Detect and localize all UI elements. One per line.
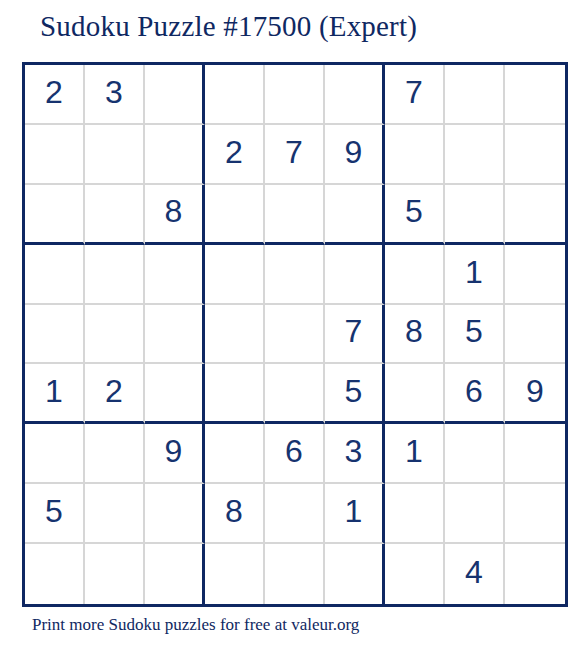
cell-r3c7: 5: [385, 185, 445, 245]
cell-r7c8: [445, 424, 505, 484]
cell-r8c6: 1: [325, 484, 385, 544]
cell-r5c2: [85, 305, 145, 365]
cell-r5c1: [25, 305, 85, 365]
cell-r3c4: [205, 185, 265, 245]
cell-r2c6: 9: [325, 125, 385, 185]
cell-r1c9: [505, 65, 565, 125]
cell-r6c7: [385, 364, 445, 424]
cell-r3c1: [25, 185, 85, 245]
cell-r9c3: [145, 544, 205, 604]
cell-r2c1: [25, 125, 85, 185]
cell-r4c2: [85, 245, 145, 305]
cell-r4c8: 1: [445, 245, 505, 305]
cell-r4c1: [25, 245, 85, 305]
cell-r1c8: [445, 65, 505, 125]
cell-r5c8: 5: [445, 305, 505, 365]
cell-r4c7: [385, 245, 445, 305]
cell-r1c2: 3: [85, 65, 145, 125]
cell-r8c8: [445, 484, 505, 544]
cell-r2c9: [505, 125, 565, 185]
cell-r3c9: [505, 185, 565, 245]
cell-r8c1: 5: [25, 484, 85, 544]
cell-r6c8: 6: [445, 364, 505, 424]
cell-r2c7: [385, 125, 445, 185]
cell-r4c4: [205, 245, 265, 305]
cell-r7c1: [25, 424, 85, 484]
cell-r1c5: [265, 65, 325, 125]
cell-r7c7: 1: [385, 424, 445, 484]
cell-r9c7: [385, 544, 445, 604]
cell-r6c6: 5: [325, 364, 385, 424]
cell-r5c7: 8: [385, 305, 445, 365]
cell-r2c2: [85, 125, 145, 185]
cell-r1c4: [205, 65, 265, 125]
cell-r4c3: [145, 245, 205, 305]
cell-r1c6: [325, 65, 385, 125]
cell-r5c4: [205, 305, 265, 365]
sudoku-board: 2372798517851256996315814: [22, 62, 568, 607]
cell-r2c8: [445, 125, 505, 185]
cell-r6c2: 2: [85, 364, 145, 424]
cell-r8c2: [85, 484, 145, 544]
cell-r3c8: [445, 185, 505, 245]
cell-r6c3: [145, 364, 205, 424]
cell-r4c9: [505, 245, 565, 305]
cell-r6c4: [205, 364, 265, 424]
cell-r6c5: [265, 364, 325, 424]
cell-r4c5: [265, 245, 325, 305]
cell-r5c6: 7: [325, 305, 385, 365]
cell-r3c6: [325, 185, 385, 245]
cell-r7c5: 6: [265, 424, 325, 484]
cell-r8c4: 8: [205, 484, 265, 544]
cell-r8c7: [385, 484, 445, 544]
sudoku-page: Sudoku Puzzle #17500 (Expert) 2372798517…: [0, 0, 580, 651]
cell-r3c2: [85, 185, 145, 245]
cell-r7c4: [205, 424, 265, 484]
cell-r1c3: [145, 65, 205, 125]
cell-r7c3: 9: [145, 424, 205, 484]
footer-text: Print more Sudoku puzzles for free at va…: [32, 615, 359, 635]
page-title: Sudoku Puzzle #17500 (Expert): [40, 10, 417, 43]
cell-r3c3: 8: [145, 185, 205, 245]
cell-r4c6: [325, 245, 385, 305]
cell-r9c1: [25, 544, 85, 604]
cell-r7c2: [85, 424, 145, 484]
cell-r2c3: [145, 125, 205, 185]
cell-r9c8: 4: [445, 544, 505, 604]
cell-r7c6: 3: [325, 424, 385, 484]
cell-r9c5: [265, 544, 325, 604]
cell-r3c5: [265, 185, 325, 245]
cell-r2c5: 7: [265, 125, 325, 185]
cell-r1c1: 2: [25, 65, 85, 125]
cell-r8c5: [265, 484, 325, 544]
cell-r9c9: [505, 544, 565, 604]
cell-r9c4: [205, 544, 265, 604]
cell-r5c3: [145, 305, 205, 365]
cell-r2c4: 2: [205, 125, 265, 185]
cell-r7c9: [505, 424, 565, 484]
cell-r1c7: 7: [385, 65, 445, 125]
cell-r9c6: [325, 544, 385, 604]
cell-r9c2: [85, 544, 145, 604]
cell-r8c3: [145, 484, 205, 544]
cell-r5c9: [505, 305, 565, 365]
cell-r6c1: 1: [25, 364, 85, 424]
cell-r6c9: 9: [505, 364, 565, 424]
cell-r8c9: [505, 484, 565, 544]
cell-r5c5: [265, 305, 325, 365]
